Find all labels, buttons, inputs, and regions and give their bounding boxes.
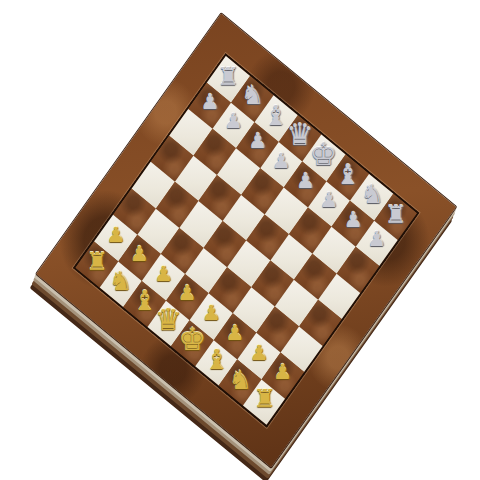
piece-black-pawn[interactable]: ♟ (367, 230, 386, 251)
piece-black-pawn[interactable]: ♟ (248, 131, 267, 152)
scene: ♜♞♝♛♚♝♞♜♟♟♟♟♟♟♟♟♟♟♟♟♟♟♟♟♜♞♝♛♚♝♞♜ (0, 0, 480, 480)
piece-black-king[interactable]: ♚ (310, 139, 338, 170)
piece-black-bishop[interactable]: ♝ (336, 161, 360, 188)
piece-black-pawn[interactable]: ♟ (343, 210, 362, 231)
piece-black-pawn[interactable]: ♟ (200, 92, 219, 113)
piece-white-knight[interactable]: ♞ (228, 366, 251, 392)
piece-black-pawn[interactable]: ♟ (224, 112, 243, 133)
chess-board: ♜♞♝♛♚♝♞♜♟♟♟♟♟♟♟♟♟♟♟♟♟♟♟♟♜♞♝♛♚♝♞♜ (35, 12, 458, 469)
piece-white-bishop[interactable]: ♝ (132, 287, 156, 314)
piece-white-pawn[interactable]: ♟ (106, 224, 125, 245)
piece-white-king[interactable]: ♚ (178, 324, 206, 355)
board-grid: ♜♞♝♛♚♝♞♜♟♟♟♟♟♟♟♟♟♟♟♟♟♟♟♟♜♞♝♛♚♝♞♜ (73, 53, 420, 428)
piece-white-pawn[interactable]: ♟ (154, 264, 173, 285)
piece-black-pawn[interactable]: ♟ (272, 151, 291, 172)
piece-black-rook[interactable]: ♜ (217, 64, 239, 89)
piece-white-rook[interactable]: ♜ (86, 249, 108, 274)
piece-white-rook[interactable]: ♜ (253, 386, 275, 411)
piece-white-bishop[interactable]: ♝ (204, 346, 228, 373)
piece-black-bishop[interactable]: ♝ (264, 102, 288, 129)
piece-white-pawn[interactable]: ♟ (249, 342, 268, 363)
piece-white-pawn[interactable]: ♟ (226, 323, 245, 344)
piece-black-rook[interactable]: ♜ (384, 201, 406, 226)
piece-white-knight[interactable]: ♞ (109, 268, 132, 294)
piece-black-pawn[interactable]: ♟ (320, 190, 339, 211)
piece-black-knight[interactable]: ♞ (360, 181, 383, 207)
piece-black-knight[interactable]: ♞ (241, 83, 264, 109)
piece-white-pawn[interactable]: ♟ (178, 283, 197, 304)
piece-black-pawn[interactable]: ♟ (296, 171, 315, 192)
piece-white-pawn[interactable]: ♟ (273, 362, 292, 383)
piece-white-pawn[interactable]: ♟ (130, 244, 149, 265)
